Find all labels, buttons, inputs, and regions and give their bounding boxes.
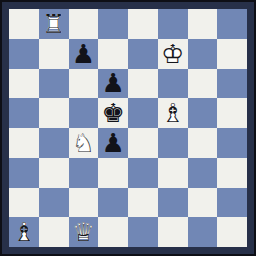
square-a3[interactable] [9, 158, 39, 188]
square-f2[interactable] [158, 188, 188, 218]
square-h6[interactable] [217, 69, 247, 99]
white-king: ♚︎♔︎ [161, 41, 184, 67]
square-b1[interactable] [39, 217, 69, 247]
square-h3[interactable] [217, 158, 247, 188]
square-g1[interactable] [188, 217, 218, 247]
square-g6[interactable] [188, 69, 218, 99]
square-d7[interactable] [98, 39, 128, 69]
square-c8[interactable] [69, 9, 99, 39]
square-g4[interactable] [188, 128, 218, 158]
square-h7[interactable] [217, 39, 247, 69]
square-h8[interactable] [217, 9, 247, 39]
square-a5[interactable] [9, 98, 39, 128]
square-b8[interactable]: ♜︎♖︎ [39, 9, 69, 39]
square-e5[interactable] [128, 98, 158, 128]
square-g3[interactable] [188, 158, 218, 188]
white-bishop: ♝︎♗︎ [161, 100, 184, 126]
square-h4[interactable] [217, 128, 247, 158]
chess-board: ♜︎♖︎♟︎♚︎♔︎♟︎♚︎♝︎♗︎♞︎♘︎♟︎♝︎♗︎♛︎♕︎ [9, 9, 247, 247]
square-b5[interactable] [39, 98, 69, 128]
square-a8[interactable] [9, 9, 39, 39]
square-h5[interactable] [217, 98, 247, 128]
square-b4[interactable] [39, 128, 69, 158]
square-g2[interactable] [188, 188, 218, 218]
square-d1[interactable] [98, 217, 128, 247]
square-b2[interactable] [39, 188, 69, 218]
square-f1[interactable] [158, 217, 188, 247]
square-a7[interactable] [9, 39, 39, 69]
square-h1[interactable] [217, 217, 247, 247]
square-e3[interactable] [128, 158, 158, 188]
black-pawn: ♟︎ [101, 130, 124, 156]
white-knight: ♞︎♘︎ [72, 130, 95, 156]
square-e8[interactable] [128, 9, 158, 39]
square-e7[interactable] [128, 39, 158, 69]
square-b7[interactable] [39, 39, 69, 69]
square-b6[interactable] [39, 69, 69, 99]
square-a1[interactable]: ♝︎♗︎ [9, 217, 39, 247]
square-e4[interactable] [128, 128, 158, 158]
square-f6[interactable] [158, 69, 188, 99]
white-rook: ♜︎♖︎ [42, 11, 65, 37]
square-f7[interactable]: ♚︎♔︎ [158, 39, 188, 69]
square-d6[interactable]: ♟︎ [98, 69, 128, 99]
square-f4[interactable] [158, 128, 188, 158]
square-c1[interactable]: ♛︎♕︎ [69, 217, 99, 247]
black-pawn: ♟︎ [101, 70, 124, 96]
square-d3[interactable] [98, 158, 128, 188]
square-a2[interactable] [9, 188, 39, 218]
square-c7[interactable]: ♟︎ [69, 39, 99, 69]
white-bishop: ♝︎♗︎ [12, 219, 35, 245]
white-queen: ♛︎♕︎ [72, 219, 95, 245]
chess-diagram: ♜︎♖︎♟︎♚︎♔︎♟︎♚︎♝︎♗︎♞︎♘︎♟︎♝︎♗︎♛︎♕︎ [0, 0, 256, 256]
square-c6[interactable] [69, 69, 99, 99]
square-h2[interactable] [217, 188, 247, 218]
square-e1[interactable] [128, 217, 158, 247]
square-a6[interactable] [9, 69, 39, 99]
square-a4[interactable] [9, 128, 39, 158]
square-d4[interactable]: ♟︎ [98, 128, 128, 158]
square-c2[interactable] [69, 188, 99, 218]
board-frame: ♜︎♖︎♟︎♚︎♔︎♟︎♚︎♝︎♗︎♞︎♘︎♟︎♝︎♗︎♛︎♕︎ [2, 2, 254, 254]
square-b3[interactable] [39, 158, 69, 188]
square-f5[interactable]: ♝︎♗︎ [158, 98, 188, 128]
black-pawn: ♟︎ [72, 41, 95, 67]
square-f3[interactable] [158, 158, 188, 188]
square-g5[interactable] [188, 98, 218, 128]
square-g8[interactable] [188, 9, 218, 39]
square-e6[interactable] [128, 69, 158, 99]
square-f8[interactable] [158, 9, 188, 39]
square-c4[interactable]: ♞︎♘︎ [69, 128, 99, 158]
square-c3[interactable] [69, 158, 99, 188]
square-e2[interactable] [128, 188, 158, 218]
square-d2[interactable] [98, 188, 128, 218]
square-g7[interactable] [188, 39, 218, 69]
square-c5[interactable] [69, 98, 99, 128]
square-d5[interactable]: ♚︎ [98, 98, 128, 128]
square-d8[interactable] [98, 9, 128, 39]
black-king: ♚︎ [101, 100, 124, 126]
